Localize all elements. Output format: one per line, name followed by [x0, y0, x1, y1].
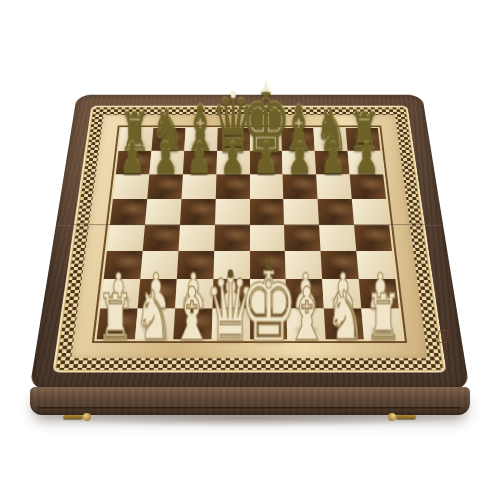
chess-board: ♜♞♝♛♚♝♞♜♟♟♟♟♟♟♟♟♟♟♟♟♟♟♟♟♜♞♝♛♚♝♞♜ — [29, 95, 469, 390]
square-d7: ♟ — [216, 151, 249, 175]
clasp-knob — [388, 413, 396, 421]
dark-finial-icon — [228, 269, 234, 278]
square-h1: ♜ — [361, 309, 402, 340]
case-front-edge — [30, 387, 470, 415]
square-g4 — [319, 225, 356, 252]
clasp-wire — [63, 415, 83, 419]
clasp-wire — [396, 415, 416, 419]
case-lid-seam — [38, 407, 462, 410]
square-c4 — [178, 225, 214, 252]
board-grid: ♜♞♝♛♚♝♞♜♟♟♟♟♟♟♟♟♟♟♟♟♟♟♟♟♜♞♝♛♚♝♞♜ — [97, 128, 403, 339]
square-h4 — [354, 225, 392, 252]
dark-finial-icon — [265, 256, 272, 270]
square-a1: ♜ — [97, 309, 138, 340]
white-finial-icon — [231, 91, 236, 99]
square-f1: ♝ — [287, 309, 326, 340]
square-e1: ♚ — [250, 309, 288, 340]
square-b1: ♞ — [135, 309, 175, 340]
square-a4 — [107, 225, 145, 252]
clasp-knob — [83, 413, 91, 421]
maker-mark-emblem — [437, 330, 449, 343]
square-f7: ♟ — [282, 151, 316, 175]
brass-clasp-left — [63, 412, 91, 422]
square-e7: ♟ — [250, 151, 283, 175]
square-b4 — [143, 225, 180, 252]
chess-set-photo: ♜♞♝♛♚♝♞♜♟♟♟♟♟♟♟♟♟♟♟♟♟♟♟♟♜♞♝♛♚♝♞♜ — [0, 0, 500, 500]
square-g7: ♟ — [315, 151, 350, 175]
square-c7: ♟ — [183, 151, 217, 175]
square-g1: ♞ — [324, 309, 364, 340]
brass-clasp-right — [388, 412, 416, 422]
white-finial-icon — [263, 80, 269, 92]
